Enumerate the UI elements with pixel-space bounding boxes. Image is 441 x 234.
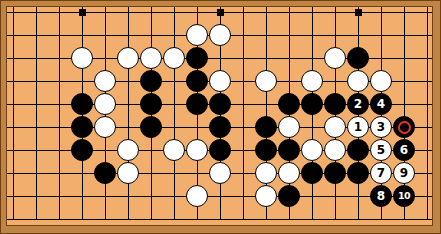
black-stone xyxy=(94,162,116,184)
circled-stone xyxy=(393,116,415,138)
white-stone xyxy=(347,70,369,92)
numbered-stone: 2 xyxy=(347,93,369,115)
white-stone xyxy=(209,24,231,46)
black-stone xyxy=(255,139,277,161)
black-stone xyxy=(140,93,162,115)
numbered-stone: 4 xyxy=(370,93,392,115)
white-stone xyxy=(186,139,208,161)
star-point xyxy=(355,9,362,16)
white-stone xyxy=(209,162,231,184)
white-stone xyxy=(140,47,162,69)
black-stone xyxy=(209,93,231,115)
move-number: 1 xyxy=(354,121,362,133)
white-stone xyxy=(324,47,346,69)
white-stone xyxy=(278,116,300,138)
black-stone xyxy=(186,93,208,115)
white-stone xyxy=(301,70,323,92)
move-number: 9 xyxy=(400,167,408,179)
white-stone xyxy=(186,185,208,207)
go-diagram-frame: 24135679810 xyxy=(0,0,441,234)
white-stone xyxy=(255,70,277,92)
white-stone xyxy=(324,116,346,138)
white-stone xyxy=(94,93,116,115)
black-stone xyxy=(301,162,323,184)
grid-line-horizontal xyxy=(7,219,433,220)
black-stone xyxy=(71,139,93,161)
grid-line-vertical xyxy=(427,7,428,220)
grid-line-vertical xyxy=(59,7,60,220)
black-stone xyxy=(209,116,231,138)
black-stone xyxy=(347,47,369,69)
white-stone xyxy=(117,139,139,161)
black-stone xyxy=(324,162,346,184)
white-stone xyxy=(163,47,185,69)
black-stone xyxy=(71,116,93,138)
move-number: 3 xyxy=(377,121,385,133)
star-point xyxy=(217,9,224,16)
black-stone xyxy=(324,93,346,115)
numbered-stone: 5 xyxy=(370,139,392,161)
black-stone xyxy=(140,116,162,138)
white-stone xyxy=(94,116,116,138)
numbered-stone: 6 xyxy=(393,139,415,161)
black-stone xyxy=(278,93,300,115)
black-stone xyxy=(71,93,93,115)
white-stone xyxy=(186,24,208,46)
white-stone xyxy=(370,70,392,92)
move-number: 5 xyxy=(377,144,385,156)
black-stone xyxy=(347,139,369,161)
numbered-stone: 8 xyxy=(370,185,392,207)
white-stone xyxy=(324,139,346,161)
numbered-stone: 9 xyxy=(393,162,415,184)
white-stone xyxy=(94,70,116,92)
star-point xyxy=(79,9,86,16)
move-number: 2 xyxy=(354,98,362,110)
move-number: 7 xyxy=(377,167,385,179)
black-stone xyxy=(209,139,231,161)
black-stone xyxy=(186,47,208,69)
white-stone xyxy=(117,47,139,69)
white-stone xyxy=(301,139,323,161)
numbered-stone: 10 xyxy=(393,185,415,207)
black-stone xyxy=(140,70,162,92)
move-number: 6 xyxy=(400,144,408,156)
go-board: 24135679810 xyxy=(6,6,433,226)
grid-line-vertical xyxy=(174,7,175,220)
white-stone xyxy=(278,162,300,184)
numbered-stone: 1 xyxy=(347,116,369,138)
white-stone xyxy=(255,162,277,184)
grid-line-vertical xyxy=(128,7,129,220)
white-stone xyxy=(163,139,185,161)
grid-line-vertical xyxy=(13,7,14,220)
move-number: 4 xyxy=(377,98,385,110)
numbered-stone: 7 xyxy=(370,162,392,184)
white-stone xyxy=(71,47,93,69)
black-stone xyxy=(186,70,208,92)
move-number: 10 xyxy=(398,191,410,201)
black-stone xyxy=(278,139,300,161)
black-stone xyxy=(255,116,277,138)
white-stone xyxy=(209,70,231,92)
black-stone xyxy=(301,93,323,115)
grid-line-vertical xyxy=(243,7,244,220)
black-stone xyxy=(278,185,300,207)
numbered-stone: 3 xyxy=(370,116,392,138)
grid-line-vertical xyxy=(36,7,37,220)
red-circle-marker xyxy=(398,121,411,134)
white-stone xyxy=(117,162,139,184)
white-stone xyxy=(255,185,277,207)
black-stone xyxy=(347,162,369,184)
move-number: 8 xyxy=(377,190,385,202)
